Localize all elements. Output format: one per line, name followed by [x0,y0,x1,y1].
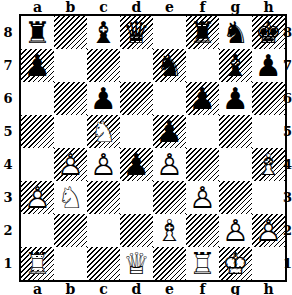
white-bishop-piece: ♗ [252,148,285,181]
rank-labels-right-4: 4 [283,148,292,181]
square-a8[interactable]: ♜ [21,16,54,49]
rank-labels-left-6: 6 [1,82,15,115]
file-labels-bottom: abcdefgh [19,282,285,295]
square-f2[interactable] [186,214,219,247]
white-rook-piece: ♖ [186,247,219,280]
square-g4[interactable] [219,148,252,181]
square-h5[interactable] [252,115,285,148]
square-b3[interactable]: ♞♘ [54,181,87,214]
file-labels-top-a: a [21,0,54,14]
square-f1[interactable]: ♜♖ [186,247,219,280]
black-pawn-piece: ♟ [186,82,219,115]
black-pawn-piece: ♟ [219,82,252,115]
file-labels-bottom-h: h [252,282,285,295]
square-g6[interactable]: ♟ [219,82,252,115]
white-knight-piece: ♘ [87,115,120,148]
square-d5[interactable] [120,115,153,148]
square-e3[interactable] [153,181,186,214]
black-pawn-piece: ♟ [87,82,120,115]
square-g3[interactable] [219,181,252,214]
square-a4[interactable] [21,148,54,181]
white-king-piece: ♔ [219,247,252,280]
black-bishop-piece: ♝ [219,49,252,82]
square-f8[interactable]: ♜ [186,16,219,49]
square-d7[interactable] [120,49,153,82]
square-c6[interactable]: ♟ [87,82,120,115]
square-e1[interactable] [153,247,186,280]
black-knight-piece: ♞ [219,16,252,49]
square-h3[interactable] [252,181,285,214]
square-h8[interactable]: ♚ [252,16,285,49]
square-g8[interactable]: ♞ [219,16,252,49]
white-pawn-piece: ♙ [186,181,219,214]
square-a5[interactable] [21,115,54,148]
white-queen-piece: ♕ [120,247,153,280]
square-c4[interactable]: ♟♙ [87,148,120,181]
square-e6[interactable] [153,82,186,115]
white-pawn-piece: ♙ [252,214,285,247]
black-pawn-piece: ♟ [252,49,285,82]
square-e7[interactable]: ♞ [153,49,186,82]
black-knight-piece: ♞ [153,49,186,82]
square-f6[interactable]: ♟ [186,82,219,115]
square-f5[interactable] [186,115,219,148]
square-g5[interactable] [219,115,252,148]
square-g7[interactable]: ♝ [219,49,252,82]
white-knight-piece: ♘ [54,181,87,214]
black-bishop-piece: ♝ [87,16,120,49]
rank-labels-right-7: 7 [283,49,292,82]
rank-labels-left-7: 7 [1,49,15,82]
rank-labels-right-6: 6 [283,82,292,115]
square-a6[interactable] [21,82,54,115]
rank-labels-left-3: 3 [1,181,15,214]
square-d3[interactable] [120,181,153,214]
square-b7[interactable] [54,49,87,82]
file-labels-top-b: b [54,0,87,14]
white-pawn-piece: ♙ [54,148,87,181]
black-king-piece: ♚ [252,16,285,49]
square-b5[interactable] [54,115,87,148]
square-c2[interactable] [87,214,120,247]
square-h4[interactable]: ♝♗ [252,148,285,181]
file-labels-bottom-b: b [54,282,87,295]
black-pawn-piece: ♟ [153,115,186,148]
rank-labels-left-2: 2 [1,214,15,247]
black-rook-piece: ♜ [21,16,54,49]
file-labels-top-c: c [87,0,120,14]
rank-labels-left-1: 1 [1,247,15,280]
square-f7[interactable] [186,49,219,82]
file-labels-bottom-d: d [120,282,153,295]
square-g2[interactable]: ♟♙ [219,214,252,247]
square-e8[interactable] [153,16,186,49]
chess-board: ♜♝♛♜♞♚♟♞♝♟♟♟♟♞♘♟♟♙♟♙♟♟♙♝♗♟♙♞♘♟♙♝♗♟♙♟♙♜♖♛… [19,14,287,282]
file-labels-bottom-g: g [219,282,252,295]
square-h6[interactable] [252,82,285,115]
square-c3[interactable] [87,181,120,214]
square-c1[interactable] [87,247,120,280]
white-pawn-piece: ♙ [21,181,54,214]
square-e4[interactable]: ♟♙ [153,148,186,181]
square-d8[interactable]: ♛ [120,16,153,49]
square-d1[interactable]: ♛♕ [120,247,153,280]
rank-labels-right-8: 8 [283,16,292,49]
rank-labels-left-5: 5 [1,115,15,148]
file-labels-bottom-a: a [21,282,54,295]
white-pawn-piece: ♙ [219,214,252,247]
square-a7[interactable]: ♟ [21,49,54,82]
square-c8[interactable]: ♝ [87,16,120,49]
square-f3[interactable]: ♟♙ [186,181,219,214]
file-labels-top-h: h [252,0,285,14]
square-a2[interactable] [21,214,54,247]
black-rook-piece: ♜ [186,16,219,49]
square-d4[interactable]: ♟ [120,148,153,181]
square-b4[interactable]: ♟♙ [54,148,87,181]
file-labels-top-e: e [153,0,186,14]
square-a3[interactable]: ♟♙ [21,181,54,214]
rank-labels-right-3: 3 [283,181,292,214]
white-bishop-piece: ♗ [153,214,186,247]
white-rook-piece: ♖ [21,247,54,280]
square-b6[interactable] [54,82,87,115]
file-labels-bottom-e: e [153,282,186,295]
square-e5[interactable]: ♟ [153,115,186,148]
rank-labels-left-4: 4 [1,148,15,181]
file-labels-bottom-f: f [186,282,219,295]
square-h1[interactable] [252,247,285,280]
square-g1[interactable]: ♚♔ [219,247,252,280]
rank-labels-right-2: 2 [283,214,292,247]
square-c7[interactable] [87,49,120,82]
file-labels-bottom-c: c [87,282,120,295]
rank-labels-right: 87654321 [283,14,292,282]
file-labels-top: abcdefgh [19,0,285,14]
black-queen-piece: ♛ [120,16,153,49]
black-pawn-piece: ♟ [21,49,54,82]
square-e2[interactable]: ♝♗ [153,214,186,247]
square-f4[interactable] [186,148,219,181]
rank-labels-right-1: 1 [283,247,292,280]
square-a1[interactable]: ♜♖ [21,247,54,280]
white-pawn-piece: ♙ [153,148,186,181]
file-labels-top-d: d [120,0,153,14]
file-labels-top-g: g [219,0,252,14]
rank-labels-left: 87654321 [1,14,17,282]
square-h2[interactable]: ♟♙ [252,214,285,247]
square-d2[interactable] [120,214,153,247]
square-d6[interactable] [120,82,153,115]
square-c5[interactable]: ♞♘ [87,115,120,148]
square-h7[interactable]: ♟ [252,49,285,82]
square-b1[interactable] [54,247,87,280]
rank-labels-right-5: 5 [283,115,292,148]
square-b2[interactable] [54,214,87,247]
white-pawn-piece: ♙ [87,148,120,181]
rank-labels-left-8: 8 [1,16,15,49]
file-labels-top-f: f [186,0,219,14]
black-pawn-piece: ♟ [120,148,153,181]
square-b8[interactable] [54,16,87,49]
